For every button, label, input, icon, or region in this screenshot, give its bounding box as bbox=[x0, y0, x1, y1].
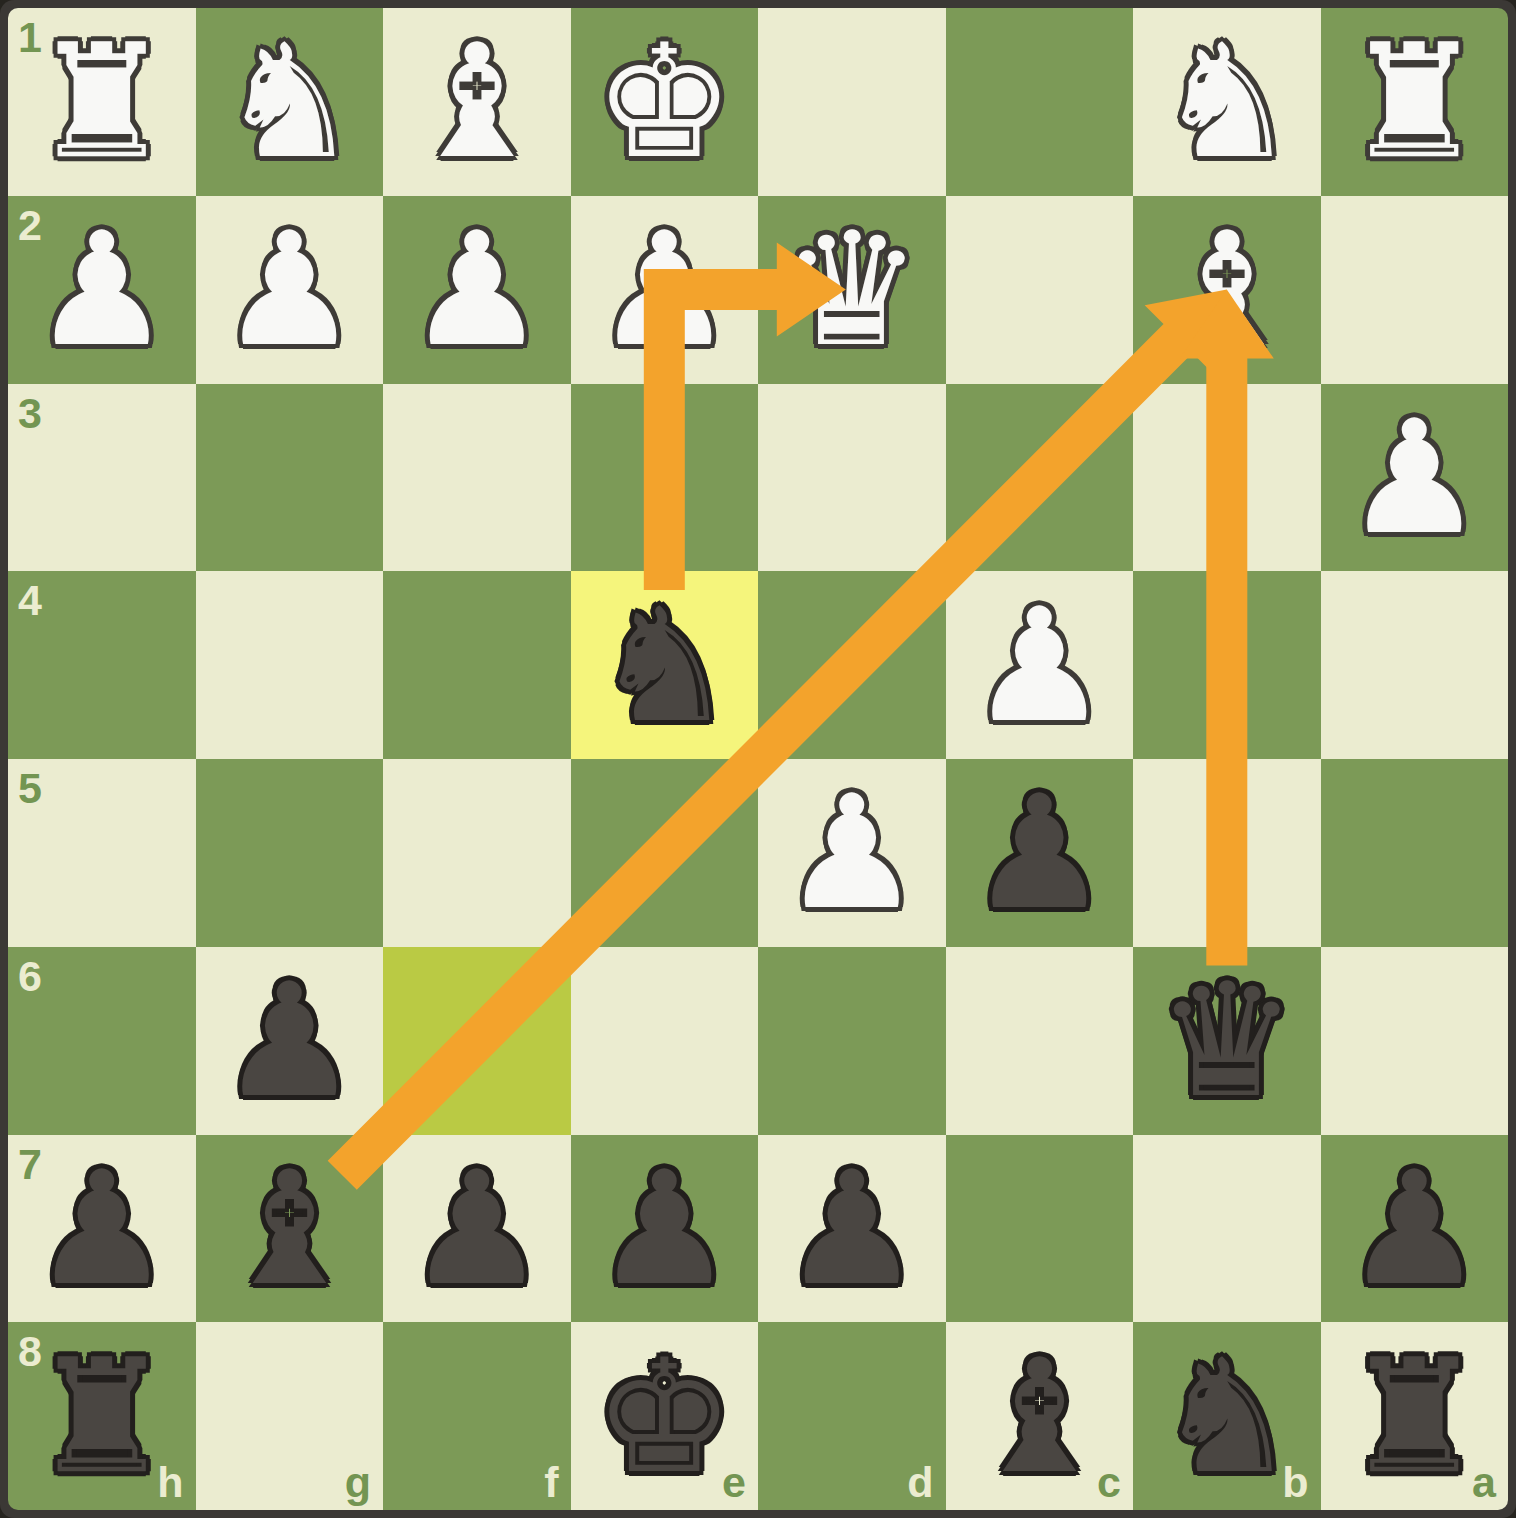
square-d6[interactable] bbox=[758, 947, 946, 1135]
square-d2[interactable]: ♛ bbox=[758, 196, 946, 384]
square-b7[interactable] bbox=[1133, 1135, 1321, 1323]
square-e7[interactable]: ♟ bbox=[571, 1135, 759, 1323]
piece-wQ-d2[interactable]: ♛ bbox=[758, 196, 946, 384]
square-g5[interactable] bbox=[196, 759, 384, 947]
piece-wB-f1[interactable]: ♝ bbox=[383, 8, 571, 196]
piece-bQ-b6[interactable]: ♛ bbox=[1133, 947, 1321, 1135]
square-b8[interactable]: b♞ bbox=[1133, 1322, 1321, 1510]
square-h4[interactable]: 4 bbox=[8, 571, 196, 759]
piece-wN-g1[interactable]: ♞ bbox=[196, 8, 384, 196]
square-a1[interactable]: ♜ bbox=[1321, 8, 1509, 196]
square-e4[interactable]: ♞ bbox=[571, 571, 759, 759]
square-f7[interactable]: ♟ bbox=[383, 1135, 571, 1323]
square-h8[interactable]: 8h♜ bbox=[8, 1322, 196, 1510]
piece-wB-b2[interactable]: ♝ bbox=[1133, 196, 1321, 384]
piece-bP-c5[interactable]: ♟ bbox=[946, 759, 1134, 947]
square-c2[interactable] bbox=[946, 196, 1134, 384]
piece-bB-g7[interactable]: ♝ bbox=[196, 1135, 384, 1323]
square-c6[interactable] bbox=[946, 947, 1134, 1135]
square-a6[interactable] bbox=[1321, 947, 1509, 1135]
piece-bN-b8[interactable]: ♞ bbox=[1133, 1322, 1321, 1510]
square-b1[interactable]: ♞ bbox=[1133, 8, 1321, 196]
square-e3[interactable] bbox=[571, 384, 759, 572]
square-d5[interactable]: ♟ bbox=[758, 759, 946, 947]
square-f4[interactable] bbox=[383, 571, 571, 759]
rank-label-3: 3 bbox=[18, 392, 42, 435]
square-g3[interactable] bbox=[196, 384, 384, 572]
square-b6[interactable]: ♛ bbox=[1133, 947, 1321, 1135]
square-b2[interactable]: ♝ bbox=[1133, 196, 1321, 384]
square-f1[interactable]: ♝ bbox=[383, 8, 571, 196]
piece-wP-c4[interactable]: ♟ bbox=[946, 571, 1134, 759]
square-e6[interactable] bbox=[571, 947, 759, 1135]
piece-wP-a3[interactable]: ♟ bbox=[1321, 384, 1509, 572]
square-f6[interactable] bbox=[383, 947, 571, 1135]
piece-bK-e8[interactable]: ♚ bbox=[571, 1322, 759, 1510]
square-e8[interactable]: e♚ bbox=[571, 1322, 759, 1510]
square-g4[interactable] bbox=[196, 571, 384, 759]
square-g1[interactable]: ♞ bbox=[196, 8, 384, 196]
rank-label-6: 6 bbox=[18, 955, 42, 998]
square-a5[interactable] bbox=[1321, 759, 1509, 947]
square-c3[interactable] bbox=[946, 384, 1134, 572]
square-c1[interactable] bbox=[946, 8, 1134, 196]
square-a4[interactable] bbox=[1321, 571, 1509, 759]
piece-bP-a7[interactable]: ♟ bbox=[1321, 1135, 1509, 1323]
square-a3[interactable]: ♟ bbox=[1321, 384, 1509, 572]
file-label-f: f bbox=[544, 1461, 558, 1504]
square-c5[interactable]: ♟ bbox=[946, 759, 1134, 947]
square-c7[interactable] bbox=[946, 1135, 1134, 1323]
square-h1[interactable]: 1♜ bbox=[8, 8, 196, 196]
piece-wP-d5[interactable]: ♟ bbox=[758, 759, 946, 947]
square-d1[interactable] bbox=[758, 8, 946, 196]
chess-board: 1♜♞♝♚♞♜2♟♟♟♟♛♝3♟4♞♟5♟♟6♟♛7♟♝♟♟♟♟8h♜gfe♚d… bbox=[8, 8, 1508, 1510]
piece-bP-d7[interactable]: ♟ bbox=[758, 1135, 946, 1323]
square-b4[interactable] bbox=[1133, 571, 1321, 759]
file-label-d: d bbox=[907, 1461, 933, 1504]
square-e2[interactable]: ♟ bbox=[571, 196, 759, 384]
square-a2[interactable] bbox=[1321, 196, 1509, 384]
piece-wP-f2[interactable]: ♟ bbox=[383, 196, 571, 384]
piece-bP-e7[interactable]: ♟ bbox=[571, 1135, 759, 1323]
piece-wN-b1[interactable]: ♞ bbox=[1133, 8, 1321, 196]
square-g8[interactable]: g bbox=[196, 1322, 384, 1510]
rank-label-4: 4 bbox=[18, 579, 42, 622]
square-d8[interactable]: d bbox=[758, 1322, 946, 1510]
square-c8[interactable]: c♝ bbox=[946, 1322, 1134, 1510]
file-label-g: g bbox=[345, 1461, 371, 1504]
square-d7[interactable]: ♟ bbox=[758, 1135, 946, 1323]
square-a7[interactable]: ♟ bbox=[1321, 1135, 1509, 1323]
square-f8[interactable]: f bbox=[383, 1322, 571, 1510]
square-h6[interactable]: 6 bbox=[8, 947, 196, 1135]
square-d3[interactable] bbox=[758, 384, 946, 572]
piece-bB-c8[interactable]: ♝ bbox=[946, 1322, 1134, 1510]
piece-wP-g2[interactable]: ♟ bbox=[196, 196, 384, 384]
square-h3[interactable]: 3 bbox=[8, 384, 196, 572]
piece-wP-h2[interactable]: ♟ bbox=[8, 196, 196, 384]
piece-bP-h7[interactable]: ♟ bbox=[8, 1135, 196, 1323]
piece-bP-g6[interactable]: ♟ bbox=[196, 947, 384, 1135]
square-b3[interactable] bbox=[1133, 384, 1321, 572]
square-g7[interactable]: ♝ bbox=[196, 1135, 384, 1323]
piece-wP-e2[interactable]: ♟ bbox=[571, 196, 759, 384]
square-h7[interactable]: 7♟ bbox=[8, 1135, 196, 1323]
square-e5[interactable] bbox=[571, 759, 759, 947]
square-f3[interactable] bbox=[383, 384, 571, 572]
square-h5[interactable]: 5 bbox=[8, 759, 196, 947]
piece-bP-f7[interactable]: ♟ bbox=[383, 1135, 571, 1323]
square-e1[interactable]: ♚ bbox=[571, 8, 759, 196]
square-f5[interactable] bbox=[383, 759, 571, 947]
square-d4[interactable] bbox=[758, 571, 946, 759]
piece-wK-e1[interactable]: ♚ bbox=[571, 8, 759, 196]
piece-bR-h8[interactable]: ♜ bbox=[8, 1322, 196, 1510]
square-c4[interactable]: ♟ bbox=[946, 571, 1134, 759]
piece-wR-h1[interactable]: ♜ bbox=[8, 8, 196, 196]
chess-board-frame: 1♜♞♝♚♞♜2♟♟♟♟♛♝3♟4♞♟5♟♟6♟♛7♟♝♟♟♟♟8h♜gfe♚d… bbox=[0, 0, 1516, 1518]
square-a8[interactable]: a♜ bbox=[1321, 1322, 1509, 1510]
square-g2[interactable]: ♟ bbox=[196, 196, 384, 384]
piece-wR-a1[interactable]: ♜ bbox=[1321, 8, 1509, 196]
piece-bN-e4[interactable]: ♞ bbox=[571, 571, 759, 759]
square-b5[interactable] bbox=[1133, 759, 1321, 947]
piece-bR-a8[interactable]: ♜ bbox=[1321, 1322, 1509, 1510]
square-h2[interactable]: 2♟ bbox=[8, 196, 196, 384]
square-f2[interactable]: ♟ bbox=[383, 196, 571, 384]
square-g6[interactable]: ♟ bbox=[196, 947, 384, 1135]
rank-label-5: 5 bbox=[18, 767, 42, 810]
